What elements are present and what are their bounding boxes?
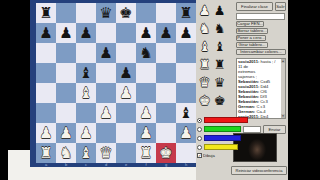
board-command-buttons: Cargar FEN...Borrar tablero...Poner a ce… xyxy=(236,21,286,56)
board-square-f3[interactable]: ♟ xyxy=(136,103,156,123)
cmd-button-4[interactable]: Intercambiar colores... xyxy=(236,49,286,55)
board-square-h5[interactable] xyxy=(176,63,196,83)
board-square-h3[interactable]: ♝ xyxy=(176,103,196,123)
board-square-a2[interactable]: ♟ xyxy=(36,123,56,143)
palette-black-Q[interactable]: ♛ xyxy=(212,74,227,92)
black-piece-P: ♟ xyxy=(116,63,136,83)
black-piece-B: ♝ xyxy=(76,63,96,83)
dibuja-checkbox-row[interactable]: ✓ Dibuja xyxy=(197,153,215,158)
white-piece-B: ♝ xyxy=(76,143,96,163)
palette-black-K[interactable]: ♚ xyxy=(212,92,227,110)
board-square-h8[interactable]: ♜ xyxy=(176,3,196,23)
black-piece-P: ♟ xyxy=(76,23,96,43)
white-piece-N: ♞ xyxy=(56,143,76,163)
board-square-d5[interactable] xyxy=(96,63,116,83)
radio-green[interactable] xyxy=(197,127,202,132)
board-square-e8[interactable]: ♚ xyxy=(116,3,136,23)
palette-white-K[interactable]: ♚ xyxy=(197,92,212,110)
white-piece-B: ♝ xyxy=(76,83,96,103)
board-square-h6[interactable] xyxy=(176,43,196,63)
cmd-button-1[interactable]: Borrar tablero... xyxy=(236,28,268,34)
board-square-e3[interactable] xyxy=(116,103,136,123)
board-square-a1[interactable]: ♜ xyxy=(36,143,56,163)
board-square-g8[interactable] xyxy=(156,3,176,23)
color-bar-blue[interactable] xyxy=(204,135,241,141)
board-square-a6[interactable] xyxy=(36,43,56,63)
black-piece-P: ♟ xyxy=(156,23,176,43)
board-square-d8[interactable]: ♛ xyxy=(96,3,116,23)
board-square-c8[interactable] xyxy=(76,3,96,23)
cmd-button-2[interactable]: Poner a cero... xyxy=(236,35,266,41)
black-piece-P: ♟ xyxy=(136,23,156,43)
black-piece-N: ♞ xyxy=(136,43,156,63)
board-square-c3[interactable] xyxy=(76,103,96,123)
board-square-g3[interactable] xyxy=(156,103,176,123)
board-square-a5[interactable] xyxy=(36,63,56,83)
board-square-b3[interactable] xyxy=(56,103,76,123)
board-square-d6[interactable]: ♟ xyxy=(96,43,116,63)
file-label-f: f xyxy=(136,162,156,167)
white-piece-P: ♟ xyxy=(76,123,96,143)
palette-black-P[interactable]: ♟ xyxy=(212,2,227,20)
chat-scrollbar[interactable]: ▲ ▼ xyxy=(281,59,285,118)
board-square-c2[interactable]: ♟ xyxy=(76,123,96,143)
palette-black-R[interactable]: ♜ xyxy=(212,56,227,74)
finalizar-clase-button[interactable]: Finalizar clase xyxy=(236,2,273,11)
piece-palette: ♟♟♞♞♝♝♜♜♛♛♚♚ xyxy=(197,2,227,110)
color-bar-green[interactable] xyxy=(204,126,241,132)
fen-input[interactable] xyxy=(236,13,285,20)
draw-color-row-green xyxy=(197,126,241,132)
color-bar-yellow[interactable] xyxy=(204,144,238,150)
draw-color-row-red xyxy=(197,117,248,123)
black-piece-P: ♟ xyxy=(56,23,76,43)
file-label-b: b xyxy=(56,162,76,167)
scroll-down-icon[interactable]: ▼ xyxy=(281,114,285,118)
board-square-e1[interactable] xyxy=(116,143,136,163)
radio-blue[interactable] xyxy=(197,136,202,141)
white-piece-R: ♜ xyxy=(136,143,156,163)
side-panel: ♟♟♞♞♝♝♜♜♛♛♚♚ Finalizar clase Salir Carga… xyxy=(196,0,288,180)
white-piece-P: ♟ xyxy=(56,123,76,143)
board-square-d2[interactable] xyxy=(96,123,116,143)
black-piece-P: ♟ xyxy=(176,23,196,43)
palette-white-B[interactable]: ♝ xyxy=(197,38,212,56)
window-background-left xyxy=(8,150,30,180)
file-label-a: a xyxy=(36,162,56,167)
black-piece-P: ♟ xyxy=(36,23,56,43)
chat-input[interactable] xyxy=(243,126,261,133)
board-square-e2[interactable] xyxy=(116,123,136,143)
white-piece-R: ♜ xyxy=(36,143,56,163)
board-grid: ♜♛♚♜♟♟♟♟♟♟♟♞♝♟♝♟♟♟♝♟♟♟♟♟♜♞♝♛♜♚ xyxy=(36,3,196,163)
board-square-a8[interactable]: ♜ xyxy=(36,3,56,23)
white-piece-P: ♟ xyxy=(176,123,196,143)
board-square-c4[interactable]: ♝ xyxy=(76,83,96,103)
board-square-h1[interactable] xyxy=(176,143,196,163)
file-label-c: c xyxy=(76,162,96,167)
chess-board: ♜♛♚♜♟♟♟♟♟♟♟♞♝♟♝♟♟♟♝♟♟♟♟♟♜♞♝♛♜♚ abcdefgh xyxy=(30,0,200,167)
cmd-button-3[interactable]: Girar tablero... xyxy=(236,42,268,48)
board-square-c1[interactable]: ♝ xyxy=(76,143,96,163)
black-piece-Q: ♛ xyxy=(96,3,116,23)
white-piece-P: ♟ xyxy=(36,123,56,143)
black-piece-B: ♝ xyxy=(176,103,196,123)
board-square-c7[interactable]: ♟ xyxy=(76,23,96,43)
board-square-a3[interactable] xyxy=(36,103,56,123)
salir-button[interactable]: Salir xyxy=(275,2,286,11)
file-label-d: d xyxy=(96,162,116,167)
board-square-g7[interactable]: ♟ xyxy=(156,23,176,43)
black-piece-R: ♜ xyxy=(176,3,196,23)
board-square-c5[interactable]: ♝ xyxy=(76,63,96,83)
palette-black-B[interactable]: ♝ xyxy=(212,38,227,56)
board-square-a4[interactable] xyxy=(36,83,56,103)
black-piece-P: ♟ xyxy=(96,43,116,63)
board-square-b4[interactable] xyxy=(56,83,76,103)
board-square-f1[interactable]: ♜ xyxy=(136,143,156,163)
board-square-b2[interactable]: ♟ xyxy=(56,123,76,143)
palette-white-P[interactable]: ♟ xyxy=(197,2,212,20)
white-piece-P: ♟ xyxy=(136,103,156,123)
board-square-g1[interactable]: ♚ xyxy=(156,143,176,163)
board-square-d1[interactable]: ♛ xyxy=(96,143,116,163)
chat-messages: socio2011: hasta ; / 11 deextremossajons… xyxy=(238,59,280,119)
palette-white-R[interactable]: ♜ xyxy=(197,56,212,74)
board-square-f2[interactable]: ♟ xyxy=(136,123,156,143)
board-square-e7[interactable] xyxy=(116,23,136,43)
board-square-b7[interactable]: ♟ xyxy=(56,23,76,43)
board-square-g4[interactable] xyxy=(156,83,176,103)
chat-box[interactable]: socio2011: hasta ; / 11 deextremossajons… xyxy=(236,58,286,119)
board-square-f5[interactable] xyxy=(136,63,156,83)
file-label-h: h xyxy=(176,162,196,167)
board-square-d4[interactable] xyxy=(96,83,116,103)
white-piece-P: ♟ xyxy=(136,123,156,143)
board-square-e5[interactable]: ♟ xyxy=(116,63,136,83)
board-square-c6[interactable] xyxy=(76,43,96,63)
scroll-up-icon[interactable]: ▲ xyxy=(281,59,285,63)
window-background-bottom xyxy=(30,167,196,180)
board-square-d3[interactable]: ♟ xyxy=(96,103,116,123)
radio-yellow[interactable] xyxy=(197,145,202,150)
black-piece-K: ♚ xyxy=(116,3,136,23)
checkbox-icon[interactable]: ✓ xyxy=(197,153,202,158)
board-square-b8[interactable] xyxy=(56,3,76,23)
board-square-g2[interactable] xyxy=(156,123,176,143)
white-piece-Q: ♛ xyxy=(96,143,116,163)
board-square-h2[interactable]: ♟ xyxy=(176,123,196,143)
board-square-e6[interactable] xyxy=(116,43,136,63)
board-square-b6[interactable] xyxy=(56,43,76,63)
palette-white-Q[interactable]: ♛ xyxy=(197,74,212,92)
palette-black-N[interactable]: ♞ xyxy=(212,20,227,38)
restart-videoconference-button[interactable]: Reiniciar videoconferencia xyxy=(231,166,287,175)
board-square-f6[interactable]: ♞ xyxy=(136,43,156,63)
draw-color-row-yellow xyxy=(197,144,238,150)
board-square-d7[interactable] xyxy=(96,23,116,43)
black-piece-R: ♜ xyxy=(36,3,56,23)
file-label-g: g xyxy=(156,162,176,167)
chat-message: socio2011: hasta ; / 11 de xyxy=(238,59,280,69)
board-square-g5[interactable] xyxy=(156,63,176,83)
file-label-e: e xyxy=(116,162,136,167)
cmd-button-0[interactable]: Cargar FEN... xyxy=(236,21,264,27)
palette-white-N[interactable]: ♞ xyxy=(197,20,212,38)
file-labels: abcdefgh xyxy=(36,162,196,167)
white-piece-P: ♟ xyxy=(116,83,136,103)
board-square-f8[interactable] xyxy=(136,3,156,23)
draw-color-row-blue xyxy=(197,135,241,141)
radio-red[interactable] xyxy=(197,118,202,123)
board-square-b5[interactable] xyxy=(56,63,76,83)
color-bar-red[interactable] xyxy=(204,117,248,123)
white-piece-K: ♚ xyxy=(156,143,176,163)
board-square-f7[interactable]: ♟ xyxy=(136,23,156,43)
board-square-e4[interactable]: ♟ xyxy=(116,83,136,103)
board-square-g6[interactable] xyxy=(156,43,176,63)
board-square-b1[interactable]: ♞ xyxy=(56,143,76,163)
dibuja-label: Dibuja xyxy=(203,153,215,158)
board-square-a7[interactable]: ♟ xyxy=(36,23,56,43)
white-piece-P: ♟ xyxy=(96,103,116,123)
board-square-f4[interactable] xyxy=(136,83,156,103)
board-square-h4[interactable] xyxy=(176,83,196,103)
board-square-h7[interactable]: ♟ xyxy=(176,23,196,43)
